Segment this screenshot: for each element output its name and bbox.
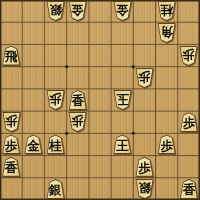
koma-glyph: 歩 (157, 134, 176, 154)
koma-shape: 歩 (2, 112, 21, 132)
koma-shape: 歩 (179, 112, 198, 132)
koma-shape: 歩 (179, 46, 198, 66)
koma-shape: 金 (113, 1, 132, 21)
koma-shape: 歩 (46, 90, 65, 110)
piece-sente-lance[interactable]: 香 (68, 90, 87, 110)
piece-gote-pawn[interactable]: 歩 (179, 46, 198, 66)
koma-shape: 歩 (68, 112, 87, 132)
koma-shape: 金 (24, 134, 43, 154)
piece-sente-silver[interactable]: 銀 (46, 179, 65, 199)
piece-sente-pawn[interactable]: 歩 (135, 157, 154, 177)
koma-shape: 玉 (113, 90, 132, 110)
piece-sente-pawn[interactable]: 歩 (157, 134, 176, 154)
piece-sente-pawn[interactable]: 歩 (2, 134, 21, 154)
koma-shape: 香 (68, 90, 87, 110)
koma-glyph: 桂 (157, 1, 176, 21)
koma-shape: 歩 (135, 157, 154, 177)
piece-sente-lance[interactable]: 香 (2, 157, 21, 177)
koma-shape: 王 (113, 134, 132, 154)
koma-glyph: 香 (68, 90, 87, 110)
koma-glyph: 香 (2, 157, 21, 177)
koma-shape: 香 (179, 179, 198, 199)
piece-gote-gold[interactable]: 金 (68, 1, 87, 21)
koma-glyph: 歩 (2, 134, 21, 154)
piece-gote-pawn[interactable]: 歩 (135, 68, 154, 88)
koma-glyph: 歩 (179, 46, 198, 66)
piece-gote-pawn[interactable]: 歩 (2, 112, 21, 132)
piece-gote-bishop[interactable]: 角 (157, 23, 176, 43)
koma-glyph: 金 (68, 1, 87, 21)
koma-glyph: 金 (24, 134, 43, 154)
shogi-board: 銀金金桂角飛歩歩歩香玉歩歩歩歩金桂王歩香歩銀銀香 (0, 0, 200, 200)
piece-gote-gold[interactable]: 金 (113, 1, 132, 21)
koma-glyph: 歩 (2, 112, 21, 132)
koma-shape: 歩 (2, 134, 21, 154)
piece-gote-silver[interactable]: 銀 (46, 1, 65, 21)
koma-glyph: 金 (113, 1, 132, 21)
piece-gote-silver[interactable]: 銀 (135, 179, 154, 199)
piece-sente-knight[interactable]: 桂 (46, 134, 65, 154)
piece-sente-gold[interactable]: 金 (24, 134, 43, 154)
koma-shape: 銀 (135, 179, 154, 199)
piece-gote-king[interactable]: 玉 (113, 90, 132, 110)
koma-glyph: 歩 (46, 90, 65, 110)
koma-glyph: 歩 (135, 68, 154, 88)
shogi-app: 銀金金桂角飛歩歩歩香玉歩歩歩歩金桂王歩香歩銀銀香 (0, 0, 200, 200)
koma-glyph: 飛 (2, 46, 21, 66)
koma-glyph: 銀 (135, 179, 154, 199)
piece-gote-pawn[interactable]: 歩 (46, 90, 65, 110)
koma-glyph: 玉 (113, 90, 132, 110)
piece-sente-pawn[interactable]: 歩 (179, 112, 198, 132)
koma-shape: 歩 (135, 68, 154, 88)
koma-shape: 桂 (157, 1, 176, 21)
koma-glyph: 角 (157, 23, 176, 43)
koma-glyph: 王 (113, 134, 132, 154)
koma-glyph: 歩 (179, 112, 198, 132)
koma-glyph: 香 (179, 179, 198, 199)
koma-glyph: 銀 (46, 179, 65, 199)
koma-glyph: 桂 (46, 134, 65, 154)
koma-shape: 金 (68, 1, 87, 21)
koma-shape: 飛 (2, 46, 21, 66)
koma-shape: 銀 (46, 1, 65, 21)
koma-shape: 桂 (46, 134, 65, 154)
koma-shape: 銀 (46, 179, 65, 199)
koma-glyph: 銀 (46, 1, 65, 21)
koma-glyph: 歩 (68, 112, 87, 132)
piece-sente-king[interactable]: 王 (113, 134, 132, 154)
piece-gote-pawn[interactable]: 歩 (68, 112, 87, 132)
koma-shape: 角 (157, 23, 176, 43)
piece-gote-knight[interactable]: 桂 (157, 1, 176, 21)
koma-glyph: 歩 (135, 157, 154, 177)
pieces-layer: 銀金金桂角飛歩歩歩香玉歩歩歩歩金桂王歩香歩銀銀香 (0, 0, 200, 200)
koma-shape: 歩 (157, 134, 176, 154)
piece-sente-lance[interactable]: 香 (179, 179, 198, 199)
koma-shape: 香 (2, 157, 21, 177)
piece-sente-rook[interactable]: 飛 (2, 46, 21, 66)
